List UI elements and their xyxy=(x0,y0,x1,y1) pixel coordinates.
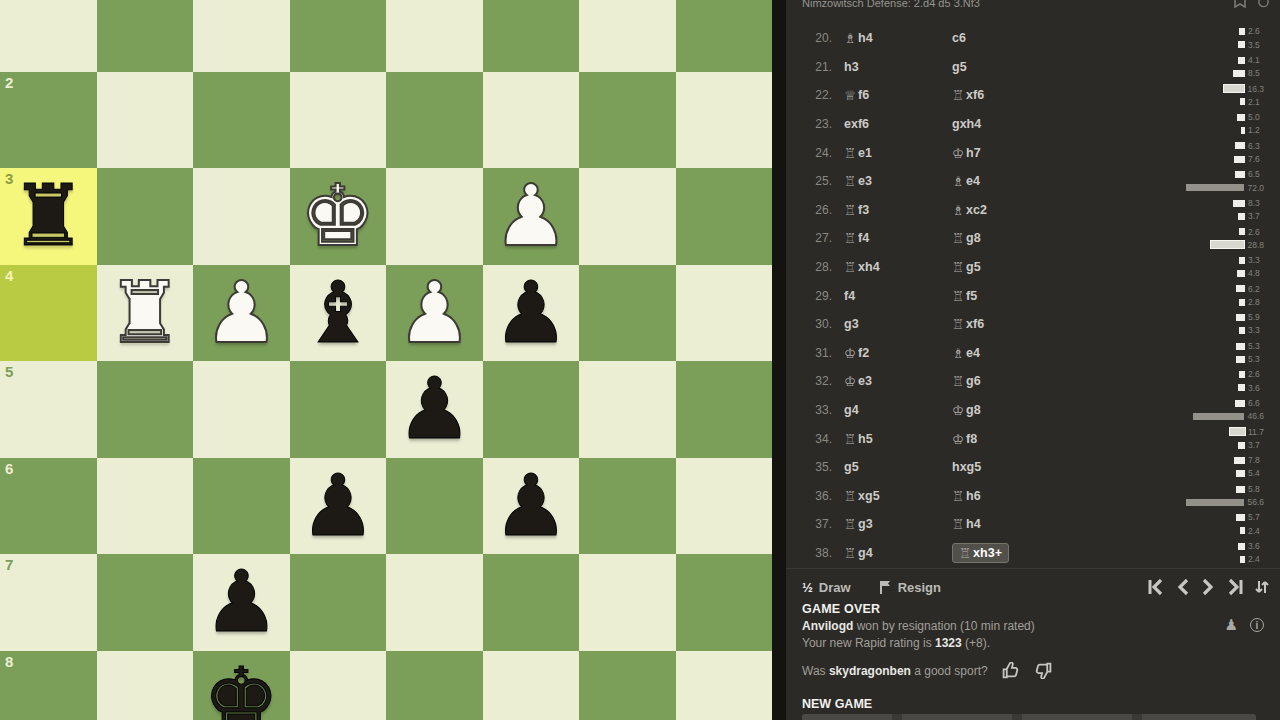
square-g2[interactable] xyxy=(97,72,194,169)
move-number: 34. xyxy=(802,432,832,446)
square-a2[interactable] xyxy=(676,72,773,169)
move-text: g3 xyxy=(858,517,873,531)
square-a5[interactable] xyxy=(676,361,773,458)
square-e8[interactable] xyxy=(290,651,387,720)
settings-icon[interactable] xyxy=(1257,0,1270,8)
move-time-value: 11.7 xyxy=(1248,428,1264,437)
move-36-black[interactable]: ♖h6 xyxy=(952,488,981,504)
move-number: 28. xyxy=(802,260,832,274)
move-times: 6.572.0 xyxy=(1186,168,1264,194)
move-text: g3 xyxy=(844,317,859,331)
move-time-value: 5.3 xyxy=(1248,355,1264,364)
move-time-value: 3.3 xyxy=(1248,256,1264,265)
square-f2[interactable] xyxy=(193,72,290,169)
square-b4[interactable] xyxy=(579,265,676,362)
move-number: 32. xyxy=(802,374,832,388)
thumbs-up-icon[interactable] xyxy=(1002,662,1020,679)
move-31-white[interactable]: ♔f2 xyxy=(844,345,948,361)
draw-button[interactable]: ½ Draw xyxy=(802,580,851,595)
move-24-white[interactable]: ♖e1 xyxy=(844,145,948,161)
square-h2[interactable]: 2 xyxy=(0,72,97,169)
square-h4[interactable]: 4 xyxy=(0,265,97,362)
square-d8[interactable] xyxy=(386,651,483,720)
rank-label-5: 5 xyxy=(5,364,13,379)
move-28-white[interactable]: ♖xh4 xyxy=(844,259,948,275)
move-time-value: 6.2 xyxy=(1248,285,1264,294)
opening-name: Nimzowitsch Defense: 2.d4 d5 3.Nf3 xyxy=(802,0,1222,9)
move-29-black[interactable]: ♖f5 xyxy=(952,288,977,304)
square-b8[interactable] xyxy=(579,651,676,720)
square-d5[interactable]: ♟ xyxy=(386,361,483,458)
move-times: 5.35.3 xyxy=(1186,340,1264,366)
move-row-26: 26.♖f3♗xc28.33.7 xyxy=(802,196,1280,225)
move-times: 4.18.5 xyxy=(1186,54,1264,80)
white-pawn-f4: ♟ xyxy=(193,265,290,362)
move-time-bar xyxy=(1186,184,1244,191)
move-text: g4 xyxy=(844,403,859,417)
move-number: 23. xyxy=(802,117,832,131)
move-text: f4 xyxy=(844,289,855,303)
move-21-white[interactable]: h3 xyxy=(844,60,948,74)
half-point-icon: ½ xyxy=(802,580,813,595)
pawn-icon: ♟ xyxy=(1225,616,1238,634)
move-text: xc2 xyxy=(966,203,987,217)
move-time-value: 4.8 xyxy=(1248,269,1264,278)
move-row-33: 33.g4♔g86.646.6 xyxy=(802,396,1280,425)
move-number: 31. xyxy=(802,346,832,360)
move-text: hxg5 xyxy=(952,460,981,474)
move-time-bar xyxy=(1239,299,1245,306)
move-36-white[interactable]: ♖xg5 xyxy=(844,488,948,504)
rook-move-icon: ♖ xyxy=(952,316,964,332)
square-c5[interactable] xyxy=(483,361,580,458)
move-time-bar xyxy=(1239,228,1245,235)
square-d1[interactable] xyxy=(386,0,483,72)
move-time-bar xyxy=(1238,543,1245,550)
square-h6[interactable]: 6 xyxy=(0,458,97,555)
square-g5[interactable] xyxy=(97,361,194,458)
opponent-name: skydragonben xyxy=(829,664,911,678)
square-c8[interactable] xyxy=(483,651,580,720)
bishop-move-icon: ♗ xyxy=(844,30,856,46)
move-24-black[interactable]: ♔h7 xyxy=(952,145,981,161)
move-time-value: 5.7 xyxy=(1248,513,1264,522)
square-d6[interactable] xyxy=(386,458,483,555)
move-time-value: 2.4 xyxy=(1248,555,1264,564)
move-text: g5 xyxy=(966,260,981,274)
move-27-white[interactable]: ♖f4 xyxy=(844,230,948,246)
move-time-bar xyxy=(1236,514,1245,521)
move-times: 5.01.2 xyxy=(1186,111,1264,137)
square-g8[interactable] xyxy=(97,651,194,720)
move-time-value: 8.3 xyxy=(1248,199,1264,208)
info-icon[interactable]: i xyxy=(1250,618,1264,632)
move-time-bar xyxy=(1239,257,1246,264)
king-move-icon: ♔ xyxy=(952,402,964,418)
resign-label: Resign xyxy=(898,580,941,595)
move-text: f6 xyxy=(858,88,869,102)
move-text: exf6 xyxy=(844,117,869,131)
move-number: 29. xyxy=(802,289,832,303)
move-text: xf6 xyxy=(966,317,984,331)
move-text: g5 xyxy=(952,60,967,74)
rook-move-icon: ♖ xyxy=(952,288,964,304)
square-e6[interactable]: ♟ xyxy=(290,458,387,555)
move-text: e1 xyxy=(858,146,872,160)
move-time-value: 7.6 xyxy=(1248,155,1264,164)
move-time-bar xyxy=(1211,241,1244,248)
move-time-bar xyxy=(1238,442,1245,449)
king-move-icon: ♔ xyxy=(952,145,964,161)
move-38-black[interactable]: ♖xh3+ xyxy=(952,543,1009,563)
square-b7[interactable] xyxy=(579,554,676,651)
queen-move-icon: ♕ xyxy=(844,87,856,103)
move-row-31: 31.♔f2♗e45.35.3 xyxy=(802,339,1280,368)
move-22-black[interactable]: ♖xf6 xyxy=(952,87,984,103)
move-25-black[interactable]: ♗e4 xyxy=(952,173,980,189)
move-33-black[interactable]: ♔g8 xyxy=(952,402,981,418)
move-number: 24. xyxy=(802,146,832,160)
move-row-28: 28.♖xh4♖g53.34.8 xyxy=(802,253,1280,282)
square-f4[interactable]: ♟ xyxy=(193,265,290,362)
previous-move-button[interactable] xyxy=(1175,578,1191,596)
move-times: 6.646.6 xyxy=(1186,397,1264,423)
square-c7[interactable] xyxy=(483,554,580,651)
move-time-value: 6.5 xyxy=(1248,170,1264,179)
move-time-value: 5.0 xyxy=(1248,113,1264,122)
resign-button[interactable]: Resign xyxy=(879,580,941,595)
rook-move-icon: ♖ xyxy=(844,202,856,218)
first-move-button[interactable] xyxy=(1146,578,1166,596)
rank-label-6: 6 xyxy=(5,461,13,476)
move-time-bar xyxy=(1234,457,1245,464)
square-c2[interactable] xyxy=(483,72,580,169)
square-e3[interactable]: ♚ xyxy=(290,168,387,265)
rook-move-icon: ♖ xyxy=(844,259,856,275)
rook-move-icon: ♖ xyxy=(844,173,856,189)
move-26-white[interactable]: ♖f3 xyxy=(844,202,948,218)
sportsmanship-question: Was skydragonben a good sport? xyxy=(802,664,988,678)
move-times: 2.63.5 xyxy=(1186,25,1264,51)
move-row-27: 27.♖f4♖g82.628.8 xyxy=(802,224,1280,253)
move-times: 2.628.8 xyxy=(1186,225,1264,251)
move-text: e4 xyxy=(966,346,980,360)
move-32-black[interactable]: ♖g6 xyxy=(952,373,981,389)
rook-move-icon: ♖ xyxy=(844,431,856,447)
new-rating: 1323 xyxy=(935,636,962,650)
white-rook-g4: ♜ xyxy=(97,265,194,362)
move-31-black[interactable]: ♗e4 xyxy=(952,345,980,361)
square-b3[interactable] xyxy=(579,168,676,265)
move-22-white[interactable]: ♕f6 xyxy=(844,87,948,103)
square-a6[interactable] xyxy=(676,458,773,555)
black-pawn-c6: ♟ xyxy=(483,458,580,555)
move-32-white[interactable]: ♔e3 xyxy=(844,373,948,389)
move-times: 3.34.8 xyxy=(1186,254,1264,280)
square-a8[interactable] xyxy=(676,651,773,720)
black-rook-h3: ♜ xyxy=(0,168,97,265)
square-f5[interactable] xyxy=(193,361,290,458)
move-time-value: 2.1 xyxy=(1248,98,1264,107)
move-times: 6.22.8 xyxy=(1186,282,1264,308)
king-move-icon: ♔ xyxy=(844,373,856,389)
square-d4[interactable]: ♟ xyxy=(386,265,483,362)
rank-label-3: 3 xyxy=(5,171,13,186)
move-number: 36. xyxy=(802,489,832,503)
square-g4[interactable]: ♜ xyxy=(97,265,194,362)
move-time-bar xyxy=(1236,470,1245,477)
move-row-20: 20.♗h4c62.63.5 xyxy=(802,24,1280,53)
move-text: e3 xyxy=(858,174,872,188)
move-time-value: 6.6 xyxy=(1248,399,1264,408)
square-a1[interactable] xyxy=(676,0,773,72)
divider xyxy=(786,568,1280,569)
move-times: 2.63.6 xyxy=(1186,368,1264,394)
move-text: f4 xyxy=(858,231,869,245)
move-time-bar xyxy=(1233,70,1245,77)
square-a3[interactable] xyxy=(676,168,773,265)
move-time-bar xyxy=(1237,114,1245,121)
move-time-bar xyxy=(1240,98,1245,105)
move-row-37: 37.♖g3♖h45.72.4 xyxy=(802,510,1280,539)
move-row-36: 36.♖xg5♖h65.856.6 xyxy=(802,482,1280,511)
bishop-move-icon: ♗ xyxy=(952,345,964,361)
game-over-section: GAME OVER Anvilogd won by resignation (1… xyxy=(802,602,1270,650)
move-text: f5 xyxy=(966,289,977,303)
move-27-black[interactable]: ♖g8 xyxy=(952,230,981,246)
move-time-value: 1.2 xyxy=(1248,126,1264,135)
rook-move-icon: ♖ xyxy=(844,545,856,561)
move-time-value: 3.3 xyxy=(1248,326,1264,335)
move-time-value: 5.3 xyxy=(1248,342,1264,351)
move-time-bar xyxy=(1238,57,1245,64)
move-number: 37. xyxy=(802,517,832,531)
move-21-black[interactable]: g5 xyxy=(952,60,967,74)
move-time-bar xyxy=(1233,200,1245,207)
square-f7[interactable]: ♟ xyxy=(193,554,290,651)
last-move-button[interactable] xyxy=(1225,578,1245,596)
square-c4[interactable]: ♟ xyxy=(483,265,580,362)
move-35-white[interactable]: g5 xyxy=(844,460,948,474)
thumbs-down-icon[interactable] xyxy=(1034,662,1052,679)
move-text: e3 xyxy=(858,374,872,388)
black-bishop-e4: ♝ xyxy=(290,265,387,362)
move-text: xh4 xyxy=(858,260,880,274)
square-a4[interactable] xyxy=(676,265,773,362)
square-b2[interactable] xyxy=(579,72,676,169)
square-e5[interactable] xyxy=(290,361,387,458)
square-g1[interactable] xyxy=(97,0,194,72)
move-text: h7 xyxy=(966,146,981,160)
move-time-bar xyxy=(1235,142,1245,149)
black-pawn-d5: ♟ xyxy=(386,361,483,458)
move-time-value: 5.4 xyxy=(1248,469,1264,478)
move-text: xh3+ xyxy=(973,546,1002,560)
rook-move-icon: ♖ xyxy=(952,373,964,389)
square-c6[interactable]: ♟ xyxy=(483,458,580,555)
control-bar: ½ Draw Resign xyxy=(802,572,1270,602)
black-pawn-e6: ♟ xyxy=(290,458,387,555)
move-time-bar xyxy=(1236,343,1245,350)
move-time-bar xyxy=(1236,356,1245,363)
move-row-35: 35.g5hxg57.85.4 xyxy=(802,453,1280,482)
move-times: 6.37.6 xyxy=(1186,139,1264,165)
move-35-black[interactable]: hxg5 xyxy=(952,460,981,474)
move-time-value: 4.1 xyxy=(1248,56,1264,65)
next-move-button[interactable] xyxy=(1200,578,1216,596)
new-game-buttons-clipped[interactable] xyxy=(802,714,1256,720)
move-time-value: 56.6 xyxy=(1247,498,1264,507)
square-e4[interactable]: ♝ xyxy=(290,265,387,362)
bishop-move-icon: ♗ xyxy=(952,202,964,218)
move-text: g5 xyxy=(844,460,859,474)
square-c1[interactable] xyxy=(483,0,580,72)
flip-board-icon[interactable] xyxy=(1254,578,1270,596)
rook-move-icon: ♖ xyxy=(952,516,964,532)
square-c3[interactable]: ♟ xyxy=(483,168,580,265)
draw-label: Draw xyxy=(819,580,851,595)
move-time-bar xyxy=(1240,556,1246,563)
square-h1[interactable] xyxy=(0,0,97,72)
black-king-f8: ♚ xyxy=(193,651,290,720)
white-pawn-c3: ♟ xyxy=(483,168,580,265)
square-g6[interactable] xyxy=(97,458,194,555)
move-time-value: 3.5 xyxy=(1248,41,1264,50)
move-time-value: 28.8 xyxy=(1247,241,1264,250)
move-number: 38. xyxy=(802,546,832,560)
move-time-value: 8.5 xyxy=(1248,69,1264,78)
header-icons xyxy=(1233,0,1270,8)
square-e1[interactable] xyxy=(290,0,387,72)
move-number: 22. xyxy=(802,88,832,102)
move-list: 20.♗h4c62.63.521.h3g54.18.522.♕f6♖xf616.… xyxy=(802,24,1280,567)
move-times: 11.73.7 xyxy=(1186,425,1264,451)
move-25-white[interactable]: ♖e3 xyxy=(844,173,948,189)
move-text: h5 xyxy=(858,432,873,446)
rook-move-icon: ♖ xyxy=(952,488,964,504)
move-text: h6 xyxy=(966,489,981,503)
square-h5[interactable]: 5 xyxy=(0,361,97,458)
rook-move-icon: ♖ xyxy=(844,516,856,532)
move-time-value: 5.8 xyxy=(1248,485,1264,494)
rating-line: Your new Rapid rating is 1323 (+8). xyxy=(802,636,1270,650)
move-text: h4 xyxy=(858,31,873,45)
square-b5[interactable] xyxy=(579,361,676,458)
square-b6[interactable] xyxy=(579,458,676,555)
new-game-title: NEW GAME xyxy=(802,697,872,711)
move-time-bar xyxy=(1193,413,1245,420)
move-time-bar xyxy=(1238,384,1245,391)
square-h8[interactable]: 8 xyxy=(0,651,97,720)
square-g7[interactable] xyxy=(97,554,194,651)
square-e7[interactable] xyxy=(290,554,387,651)
move-26-black[interactable]: ♗xc2 xyxy=(952,202,987,218)
game-over-title: GAME OVER xyxy=(802,602,1270,616)
square-f6[interactable] xyxy=(193,458,290,555)
move-37-white[interactable]: ♖g3 xyxy=(844,516,948,532)
move-time-value: 2.6 xyxy=(1248,370,1264,379)
move-time-value: 3.7 xyxy=(1248,212,1264,221)
move-28-black[interactable]: ♖g5 xyxy=(952,259,981,275)
square-h7[interactable]: 7 xyxy=(0,554,97,651)
sidebar-panel: Nimzowitsch Defense: 2.d4 d5 3.Nf3 20.♗h… xyxy=(786,0,1280,720)
bookmark-icon[interactable] xyxy=(1233,0,1247,8)
move-time-value: 5.9 xyxy=(1248,313,1264,322)
move-times: 5.72.4 xyxy=(1186,511,1264,537)
move-text: xg5 xyxy=(858,489,880,503)
move-34-black[interactable]: ♔f8 xyxy=(952,431,977,447)
square-d2[interactable] xyxy=(386,72,483,169)
move-time-value: 3.6 xyxy=(1248,384,1264,393)
move-time-bar xyxy=(1237,270,1245,277)
move-text: g6 xyxy=(966,374,981,388)
square-e2[interactable] xyxy=(290,72,387,169)
king-move-icon: ♔ xyxy=(844,345,856,361)
rook-move-icon: ♖ xyxy=(952,87,964,103)
square-b1[interactable] xyxy=(579,0,676,72)
move-row-22: 22.♕f6♖xf616.32.1 xyxy=(802,81,1280,110)
move-row-29: 29.f4♖f56.22.8 xyxy=(802,281,1280,310)
square-d3[interactable] xyxy=(386,168,483,265)
square-a7[interactable] xyxy=(676,554,773,651)
move-34-white[interactable]: ♖h5 xyxy=(844,431,948,447)
move-number: 21. xyxy=(802,60,832,74)
move-38-white[interactable]: ♖g4 xyxy=(844,545,948,561)
flag-icon xyxy=(879,580,892,595)
move-text: f3 xyxy=(858,203,869,217)
move-29-white[interactable]: f4 xyxy=(844,289,948,303)
rook-move-icon: ♖ xyxy=(959,545,971,561)
square-f8[interactable]: ♚ xyxy=(193,651,290,720)
move-number: 26. xyxy=(802,203,832,217)
move-time-bar xyxy=(1234,156,1245,163)
move-number: 25. xyxy=(802,174,832,188)
black-pawn-c4: ♟ xyxy=(483,265,580,362)
black-pawn-f7: ♟ xyxy=(193,554,290,651)
square-g3[interactable] xyxy=(97,168,194,265)
game-result-line: Anvilogd won by resignation (10 min rate… xyxy=(802,619,1270,633)
move-text: f2 xyxy=(858,346,869,360)
move-navigation xyxy=(1146,578,1270,596)
move-number: 20. xyxy=(802,31,832,45)
move-time-bar xyxy=(1235,171,1245,178)
move-37-black[interactable]: ♖h4 xyxy=(952,516,981,532)
rank-label-4: 4 xyxy=(5,268,13,283)
rank-label-7: 7 xyxy=(5,557,13,572)
move-33-white[interactable]: g4 xyxy=(844,403,948,417)
move-time-value: 16.3 xyxy=(1247,85,1264,94)
move-20-white[interactable]: ♗h4 xyxy=(844,30,948,46)
move-time-bar xyxy=(1230,428,1245,435)
move-20-black[interactable]: c6 xyxy=(952,31,966,45)
move-text: h4 xyxy=(966,517,981,531)
move-23-black[interactable]: gxh4 xyxy=(952,117,981,131)
square-f3[interactable] xyxy=(193,168,290,265)
square-f1[interactable] xyxy=(193,0,290,72)
move-time-value: 2.4 xyxy=(1248,527,1264,536)
move-row-24: 24.♖e1♔h76.37.6 xyxy=(802,138,1280,167)
move-times: 7.85.4 xyxy=(1186,454,1264,480)
move-23-white[interactable]: exf6 xyxy=(844,117,948,131)
square-d7[interactable] xyxy=(386,554,483,651)
sportsmanship-row: Was skydragonben a good sport? xyxy=(802,662,1052,679)
move-text: e4 xyxy=(966,174,980,188)
move-text: c6 xyxy=(952,31,966,45)
square-h3[interactable]: 3♜ xyxy=(0,168,97,265)
move-30-white[interactable]: g3 xyxy=(844,317,948,331)
move-text: gxh4 xyxy=(952,117,981,131)
move-30-black[interactable]: ♖xf6 xyxy=(952,316,984,332)
